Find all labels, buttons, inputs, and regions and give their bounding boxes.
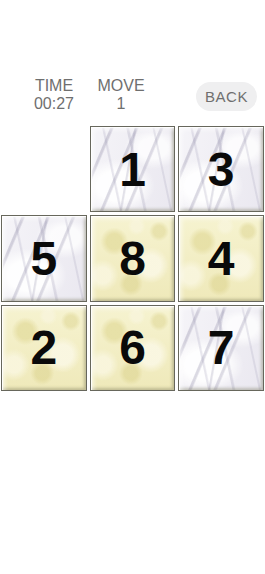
tile-3[interactable]: 3	[178, 126, 264, 212]
tile-8[interactable]: 8	[90, 215, 176, 301]
puzzle-board: 1 3 5 8 4 2 6 7	[1, 126, 264, 391]
time-value: 00:27	[25, 95, 83, 113]
move-counter-block: MOVE 1	[92, 77, 150, 113]
tile-4[interactable]: 4	[178, 215, 264, 301]
empty-cell	[1, 126, 87, 212]
tile-2[interactable]: 2	[1, 305, 87, 391]
timer-block: TIME 00:27	[25, 77, 83, 113]
move-value: 1	[92, 95, 150, 113]
back-button[interactable]: BACK	[196, 82, 257, 111]
tile-6[interactable]: 6	[90, 305, 176, 391]
tile-1[interactable]: 1	[90, 126, 176, 212]
tile-5[interactable]: 5	[1, 215, 87, 301]
tile-7[interactable]: 7	[178, 305, 264, 391]
time-label: TIME	[25, 77, 83, 95]
move-label: MOVE	[92, 77, 150, 95]
